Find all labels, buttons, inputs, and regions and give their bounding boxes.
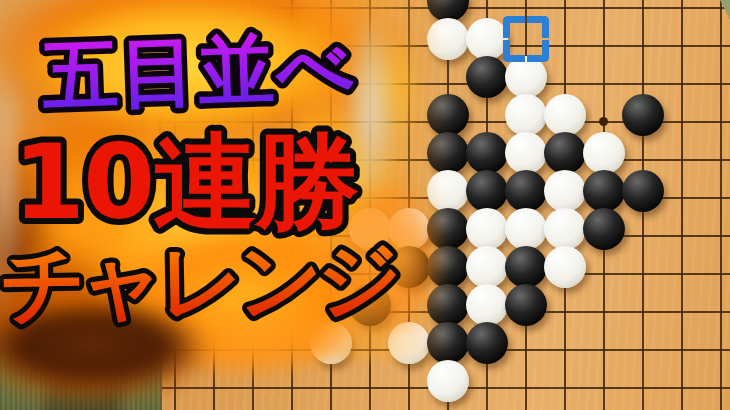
white-stone bbox=[466, 284, 508, 326]
black-stone bbox=[427, 94, 469, 136]
white-stone bbox=[427, 18, 469, 60]
cursor-corner bbox=[503, 40, 525, 62]
black-stone bbox=[427, 208, 469, 250]
cursor-corner bbox=[527, 16, 549, 38]
white-stone bbox=[505, 132, 547, 174]
black-stone bbox=[466, 322, 508, 364]
black-stone bbox=[427, 132, 469, 174]
white-stone bbox=[544, 94, 586, 136]
black-stone bbox=[544, 132, 586, 174]
title-gomoku: 五目並べ bbox=[32, 8, 365, 124]
black-stone bbox=[622, 94, 664, 136]
white-stone bbox=[505, 56, 547, 98]
white-stone bbox=[505, 208, 547, 250]
white-stone bbox=[505, 94, 547, 136]
black-stone bbox=[466, 170, 508, 212]
black-stone bbox=[622, 170, 664, 212]
title-challenge: チャレンジ bbox=[0, 220, 401, 335]
black-stone bbox=[466, 56, 508, 98]
white-stone bbox=[544, 208, 586, 250]
white-stone bbox=[583, 132, 625, 174]
white-stone bbox=[544, 246, 586, 288]
black-stone bbox=[427, 246, 469, 288]
white-stone bbox=[466, 208, 508, 250]
title-challenge-text: チャレンジ bbox=[0, 229, 397, 334]
thumbnail-stage: 五目並べ 10連勝 チャレンジ bbox=[0, 0, 730, 410]
cursor-corner bbox=[527, 40, 549, 62]
black-stone bbox=[505, 170, 547, 212]
cursor-corner bbox=[503, 16, 525, 38]
white-stone bbox=[427, 170, 469, 212]
black-stone bbox=[466, 132, 508, 174]
black-stone bbox=[505, 284, 547, 326]
selection-cursor[interactable] bbox=[503, 16, 549, 62]
white-stone bbox=[466, 18, 508, 60]
black-stone bbox=[427, 284, 469, 326]
title-gomoku-text: 五目並べ bbox=[41, 21, 358, 121]
black-stone bbox=[505, 246, 547, 288]
white-stone bbox=[544, 170, 586, 212]
black-stone bbox=[427, 322, 469, 364]
white-stone bbox=[427, 360, 469, 402]
black-stone bbox=[583, 170, 625, 212]
black-stone bbox=[583, 208, 625, 250]
white-stone bbox=[466, 246, 508, 288]
